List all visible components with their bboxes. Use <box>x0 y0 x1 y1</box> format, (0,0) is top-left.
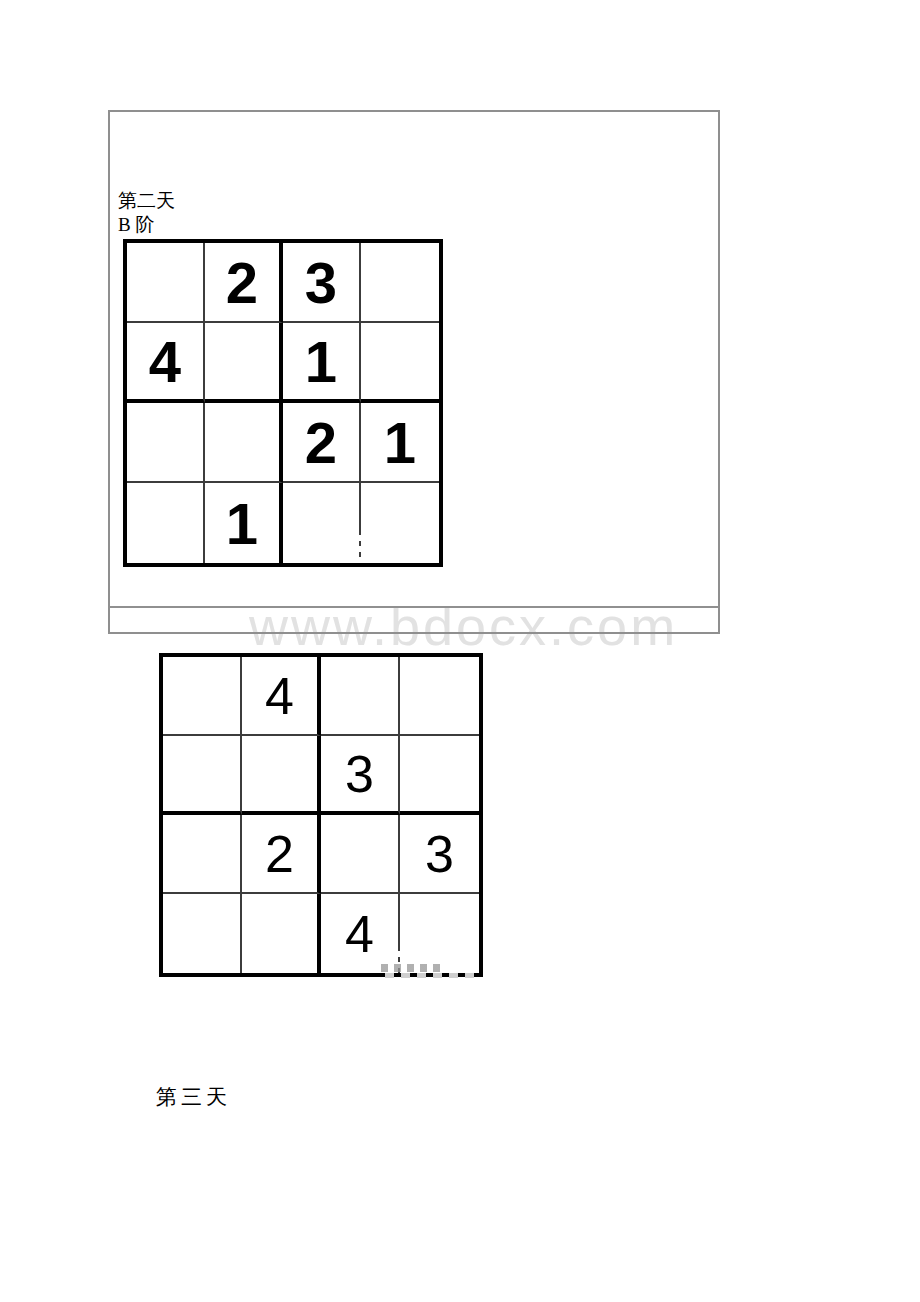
p2-cell-r2c4 <box>400 736 479 815</box>
p1-cell-r2c3: 1 <box>283 323 361 403</box>
p1-cell-r3c4: 1 <box>361 403 439 483</box>
p1-cell-r1c4 <box>361 243 439 323</box>
day3-label: 第三天 <box>156 1085 231 1109</box>
sudoku-grid-2: 4 3 2 3 4 <box>159 653 483 977</box>
scan-artifact-dashes <box>358 535 361 563</box>
p1-cell-r1c3: 3 <box>283 243 361 323</box>
p1-cell-r2c1: 4 <box>127 323 205 403</box>
frame-footer-divider <box>110 606 718 608</box>
p1-cell-r1c2: 2 <box>205 243 283 323</box>
p1-cell-r2c2 <box>205 323 283 403</box>
p2-cell-r3c4: 3 <box>400 815 479 894</box>
p1-cell-r4c1 <box>127 483 205 563</box>
p2-cell-r1c1 <box>163 657 242 736</box>
p1-cell-r3c2 <box>205 403 283 483</box>
p1-cell-r1c1 <box>127 243 205 323</box>
level-label: B 阶 <box>118 214 154 236</box>
p1-cell-r3c1 <box>127 403 205 483</box>
document-page: 第二天 B 阶 www.bdocx.com 2 3 4 1 2 1 1 4 3 … <box>0 0 920 1302</box>
p2-cell-r4c4 <box>400 894 479 973</box>
p1-cell-r4c3 <box>283 483 361 563</box>
p1-cell-r3c3: 2 <box>283 403 361 483</box>
p2-cell-r4c3: 4 <box>321 894 400 973</box>
p2-cell-r3c3 <box>321 815 400 894</box>
day2-label: 第二天 <box>118 190 175 212</box>
p2-cell-r2c1 <box>163 736 242 815</box>
p2-cell-r2c3: 3 <box>321 736 400 815</box>
sudoku-grid-1: 2 3 4 1 2 1 1 <box>123 239 443 567</box>
p2-cell-r4c1 <box>163 894 242 973</box>
p2-cell-r3c1 <box>163 815 242 894</box>
p2-cell-r1c2: 4 <box>242 657 321 736</box>
p2-cell-r2c2 <box>242 736 321 815</box>
p1-cell-r2c4 <box>361 323 439 403</box>
watermark-fragment <box>381 964 443 972</box>
p2-cell-r1c3 <box>321 657 400 736</box>
p2-cell-r4c2 <box>242 894 321 973</box>
p1-cell-r4c4 <box>361 483 439 563</box>
watermark-fragment <box>385 973 481 978</box>
p1-cell-r4c2: 1 <box>205 483 283 563</box>
p2-cell-r3c2: 2 <box>242 815 321 894</box>
p2-cell-r1c4 <box>400 657 479 736</box>
